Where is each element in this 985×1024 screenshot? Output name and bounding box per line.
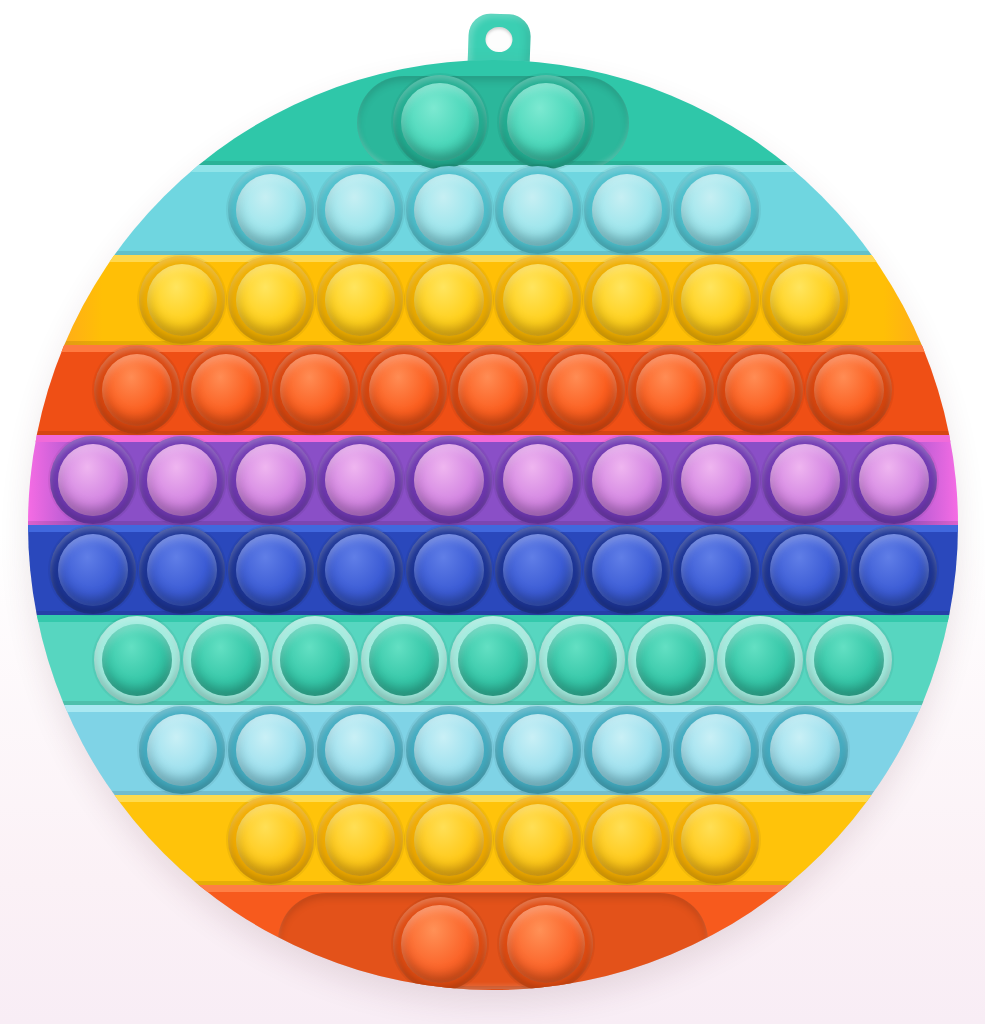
bubble-r5c1[interactable] xyxy=(50,436,136,524)
bubble-r4c7[interactable] xyxy=(628,346,714,434)
bubble-r8c8[interactable] xyxy=(762,706,848,794)
bubble-r4c8[interactable] xyxy=(717,346,803,434)
bubble-dome xyxy=(325,714,395,786)
bubble-r5c6[interactable] xyxy=(495,436,581,524)
bubble-dome xyxy=(725,354,795,426)
bubble-r4c5[interactable] xyxy=(450,346,536,434)
bubble-dome xyxy=(592,804,662,876)
bubble-r6c1[interactable] xyxy=(50,526,136,614)
bubble-r1c2[interactable] xyxy=(499,75,593,169)
bubble-r8c6[interactable] xyxy=(584,706,670,794)
bubble-r2c1[interactable] xyxy=(228,166,314,254)
bubble-r8c5[interactable] xyxy=(495,706,581,794)
bubble-r2c6[interactable] xyxy=(673,166,759,254)
bubble-r5c8[interactable] xyxy=(673,436,759,524)
bubble-dome xyxy=(325,804,395,876)
bubble-dome xyxy=(725,624,795,696)
bubble-r9c4[interactable] xyxy=(495,796,581,884)
bubble-r6c7[interactable] xyxy=(584,526,670,614)
bubble-dome xyxy=(503,444,573,516)
bubble-r2c4[interactable] xyxy=(495,166,581,254)
bubble-dome xyxy=(325,444,395,516)
bubble-dome xyxy=(191,354,261,426)
bubble-dome xyxy=(681,444,751,516)
bubble-r4c2[interactable] xyxy=(183,346,269,434)
bubble-r2c5[interactable] xyxy=(584,166,670,254)
bubble-row-1-teal xyxy=(28,60,958,165)
bubble-dome xyxy=(681,534,751,606)
bubble-dome xyxy=(147,534,217,606)
bubble-r3c3[interactable] xyxy=(317,256,403,344)
bubble-dome xyxy=(592,174,662,246)
bubble-dome xyxy=(58,444,128,516)
bubble-r1c1[interactable] xyxy=(393,75,487,169)
bubble-r5c9[interactable] xyxy=(762,436,848,524)
bubble-r5c4[interactable] xyxy=(317,436,403,524)
bubble-dome xyxy=(325,264,395,336)
bubble-dome xyxy=(401,83,479,161)
bubble-dome xyxy=(592,444,662,516)
bubble-r9c5[interactable] xyxy=(584,796,670,884)
bubble-r7c5[interactable] xyxy=(450,616,536,704)
bubble-r8c3[interactable] xyxy=(317,706,403,794)
bubble-dome xyxy=(636,624,706,696)
bubble-r7c4[interactable] xyxy=(361,616,447,704)
bubble-r3c8[interactable] xyxy=(762,256,848,344)
bubble-row-2-cyan xyxy=(28,165,958,255)
bubble-r5c10[interactable] xyxy=(851,436,937,524)
bubble-dome xyxy=(503,534,573,606)
bubble-r9c3[interactable] xyxy=(406,796,492,884)
bubble-dome xyxy=(147,714,217,786)
row-recess xyxy=(278,893,708,989)
bubble-r4c9[interactable] xyxy=(806,346,892,434)
bubble-dome xyxy=(236,714,306,786)
bubble-r5c5[interactable] xyxy=(406,436,492,524)
bubble-r8c1[interactable] xyxy=(139,706,225,794)
bubble-r8c7[interactable] xyxy=(673,706,759,794)
bubble-dome xyxy=(592,264,662,336)
bubble-dome xyxy=(681,714,751,786)
bubble-r7c7[interactable] xyxy=(628,616,714,704)
bubble-dome xyxy=(636,354,706,426)
bubble-r6c4[interactable] xyxy=(317,526,403,614)
bubble-dome xyxy=(102,624,172,696)
bubble-dome xyxy=(681,804,751,876)
bubble-dome xyxy=(414,804,484,876)
bubble-dome xyxy=(770,444,840,516)
bubble-row-5-purple xyxy=(28,435,958,525)
bubble-r9c1[interactable] xyxy=(228,796,314,884)
bubble-row-7-green xyxy=(28,615,958,705)
bubble-dome xyxy=(236,264,306,336)
bubble-dome xyxy=(547,624,617,696)
bubble-dome xyxy=(507,905,585,983)
bubble-r3c1[interactable] xyxy=(139,256,225,344)
bubble-dome xyxy=(236,804,306,876)
bubble-dome xyxy=(369,354,439,426)
bubble-dome xyxy=(859,444,929,516)
bubble-row-3-yellow xyxy=(28,255,958,345)
bubble-r9c2[interactable] xyxy=(317,796,403,884)
bubble-dome xyxy=(507,83,585,161)
photo-background xyxy=(0,0,985,1024)
bubble-dome xyxy=(547,354,617,426)
bubble-dome xyxy=(414,534,484,606)
pop-it-toy-board xyxy=(28,60,958,990)
bubble-dome xyxy=(191,624,261,696)
bubble-row-10-orange xyxy=(28,885,958,990)
bubble-row-8-cyan xyxy=(28,705,958,795)
bubble-r6c10[interactable] xyxy=(851,526,937,614)
bubble-dome xyxy=(369,624,439,696)
bubble-dome xyxy=(770,534,840,606)
bubble-dome xyxy=(147,444,217,516)
bubble-dome xyxy=(503,264,573,336)
bubble-r4c3[interactable] xyxy=(272,346,358,434)
bubble-dome xyxy=(325,174,395,246)
bubble-r7c1[interactable] xyxy=(94,616,180,704)
bubble-dome xyxy=(503,714,573,786)
bubble-r10c2[interactable] xyxy=(499,897,593,991)
bubble-r10c1[interactable] xyxy=(393,897,487,991)
bubble-r3c6[interactable] xyxy=(584,256,670,344)
bubble-dome xyxy=(414,174,484,246)
bubble-r7c3[interactable] xyxy=(272,616,358,704)
bubble-r5c2[interactable] xyxy=(139,436,225,524)
bubble-dome xyxy=(592,714,662,786)
bubble-dome xyxy=(58,534,128,606)
bubble-dome xyxy=(458,354,528,426)
bubble-dome xyxy=(814,624,884,696)
bubble-row-4-orange xyxy=(28,345,958,435)
bubble-dome xyxy=(236,534,306,606)
bubble-dome xyxy=(859,534,929,606)
bubble-r6c6[interactable] xyxy=(495,526,581,614)
bubble-dome xyxy=(592,534,662,606)
bubble-r6c2[interactable] xyxy=(139,526,225,614)
bubble-r5c3[interactable] xyxy=(228,436,314,524)
bubble-dome xyxy=(681,174,751,246)
bubble-r4c1[interactable] xyxy=(94,346,180,434)
bubble-r7c6[interactable] xyxy=(539,616,625,704)
bubble-dome xyxy=(414,714,484,786)
bubble-dome xyxy=(770,714,840,786)
bubble-r6c5[interactable] xyxy=(406,526,492,614)
bubble-dome xyxy=(814,354,884,426)
bubble-r6c9[interactable] xyxy=(762,526,848,614)
bubble-r2c3[interactable] xyxy=(406,166,492,254)
bubble-dome xyxy=(325,534,395,606)
bubble-dome xyxy=(147,264,217,336)
bubble-dome xyxy=(236,444,306,516)
bubble-dome xyxy=(770,264,840,336)
bubble-row-9-yellow xyxy=(28,795,958,885)
bubble-r9c6[interactable] xyxy=(673,796,759,884)
bubble-dome xyxy=(503,174,573,246)
bubble-r3c7[interactable] xyxy=(673,256,759,344)
bubble-r7c9[interactable] xyxy=(806,616,892,704)
bubble-dome xyxy=(681,264,751,336)
bubble-dome xyxy=(102,354,172,426)
bubble-r4c4[interactable] xyxy=(361,346,447,434)
bubble-r6c3[interactable] xyxy=(228,526,314,614)
bubble-r6c8[interactable] xyxy=(673,526,759,614)
bubble-r3c4[interactable] xyxy=(406,256,492,344)
bubble-r8c2[interactable] xyxy=(228,706,314,794)
hanging-tab-hole xyxy=(485,27,513,53)
bubble-dome xyxy=(503,804,573,876)
bubble-r8c4[interactable] xyxy=(406,706,492,794)
bubble-r3c5[interactable] xyxy=(495,256,581,344)
bubble-r7c8[interactable] xyxy=(717,616,803,704)
bubble-dome xyxy=(280,354,350,426)
bubble-dome xyxy=(280,624,350,696)
bubble-r2c2[interactable] xyxy=(317,166,403,254)
bubble-dome xyxy=(458,624,528,696)
bubble-r3c2[interactable] xyxy=(228,256,314,344)
bubble-dome xyxy=(414,444,484,516)
bubble-dome xyxy=(414,264,484,336)
bubble-r4c6[interactable] xyxy=(539,346,625,434)
bubble-row-6-blue xyxy=(28,525,958,615)
bubble-dome xyxy=(236,174,306,246)
bubble-r5c7[interactable] xyxy=(584,436,670,524)
bubble-r7c2[interactable] xyxy=(183,616,269,704)
bubble-dome xyxy=(401,905,479,983)
